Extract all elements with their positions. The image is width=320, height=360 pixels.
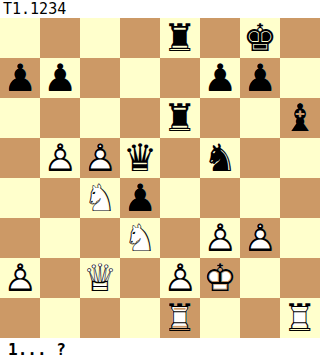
square-h8[interactable]: [280, 18, 320, 58]
square-h6[interactable]: ♝♝: [280, 98, 320, 138]
square-g3[interactable]: ♟♙: [240, 218, 280, 258]
piece-fill: ♟: [120, 178, 160, 218]
chess-board: ♜♜♚♚♟♟♟♟♟♟♟♟♜♜♝♝♟♙♟♙♛♛♞♞♞♘♟♟♞♘♟♙♟♙♟♙♛♕♟♙…: [0, 18, 320, 338]
piece-fill: ♜: [160, 18, 200, 58]
piece-fill: ♜: [160, 298, 200, 338]
piece-fill: ♚: [200, 258, 240, 298]
white-pawn-e2: ♙: [160, 258, 200, 298]
square-f7[interactable]: ♟♟: [200, 58, 240, 98]
white-king-f2: ♔: [200, 258, 240, 298]
piece-fill: ♛: [80, 258, 120, 298]
piece-fill: ♜: [280, 298, 320, 338]
white-queen-c2: ♕: [80, 258, 120, 298]
square-d4[interactable]: ♟♟: [120, 178, 160, 218]
square-f8[interactable]: [200, 18, 240, 58]
white-pawn-a2: ♙: [0, 258, 40, 298]
square-d5[interactable]: ♛♛: [120, 138, 160, 178]
white-rook-h1: ♖: [280, 298, 320, 338]
square-e6[interactable]: ♜♜: [160, 98, 200, 138]
black-pawn-a7: ♟: [0, 58, 40, 98]
square-d7[interactable]: [120, 58, 160, 98]
square-h4[interactable]: [280, 178, 320, 218]
black-pawn-f7: ♟: [200, 58, 240, 98]
piece-fill: ♟: [40, 138, 80, 178]
white-knight-d3: ♘: [120, 218, 160, 258]
piece-fill: ♝: [280, 98, 320, 138]
square-a1[interactable]: [0, 298, 40, 338]
square-d6[interactable]: [120, 98, 160, 138]
square-c6[interactable]: [80, 98, 120, 138]
piece-fill: ♟: [0, 258, 40, 298]
square-g1[interactable]: [240, 298, 280, 338]
square-h5[interactable]: [280, 138, 320, 178]
square-c4[interactable]: ♞♘: [80, 178, 120, 218]
square-b6[interactable]: [40, 98, 80, 138]
piece-fill: ♟: [40, 58, 80, 98]
square-a6[interactable]: [0, 98, 40, 138]
square-f2[interactable]: ♚♔: [200, 258, 240, 298]
square-c7[interactable]: [80, 58, 120, 98]
square-c8[interactable]: [80, 18, 120, 58]
square-e7[interactable]: [160, 58, 200, 98]
piece-fill: ♟: [200, 218, 240, 258]
chess-diagram: T1.1234 ♜♜♚♚♟♟♟♟♟♟♟♟♜♜♝♝♟♙♟♙♛♛♞♞♞♘♟♟♞♘♟♙…: [0, 0, 320, 360]
square-d1[interactable]: [120, 298, 160, 338]
square-b5[interactable]: ♟♙: [40, 138, 80, 178]
square-g6[interactable]: [240, 98, 280, 138]
square-e5[interactable]: [160, 138, 200, 178]
square-f5[interactable]: ♞♞: [200, 138, 240, 178]
square-b3[interactable]: [40, 218, 80, 258]
square-d3[interactable]: ♞♘: [120, 218, 160, 258]
square-h3[interactable]: [280, 218, 320, 258]
square-e1[interactable]: ♜♖: [160, 298, 200, 338]
white-pawn-f3: ♙: [200, 218, 240, 258]
square-d8[interactable]: [120, 18, 160, 58]
square-f6[interactable]: [200, 98, 240, 138]
black-rook-e6: ♜: [160, 98, 200, 138]
square-c2[interactable]: ♛♕: [80, 258, 120, 298]
piece-fill: ♞: [80, 178, 120, 218]
square-b4[interactable]: [40, 178, 80, 218]
square-g2[interactable]: [240, 258, 280, 298]
piece-fill: ♞: [120, 218, 160, 258]
square-f4[interactable]: [200, 178, 240, 218]
black-bishop-h6: ♝: [280, 98, 320, 138]
square-g7[interactable]: ♟♟: [240, 58, 280, 98]
black-queen-d5: ♛: [120, 138, 160, 178]
white-pawn-c5: ♙: [80, 138, 120, 178]
black-rook-e8: ♜: [160, 18, 200, 58]
square-c1[interactable]: [80, 298, 120, 338]
square-b8[interactable]: [40, 18, 80, 58]
square-f3[interactable]: ♟♙: [200, 218, 240, 258]
square-h7[interactable]: [280, 58, 320, 98]
square-a5[interactable]: [0, 138, 40, 178]
black-pawn-g7: ♟: [240, 58, 280, 98]
square-c5[interactable]: ♟♙: [80, 138, 120, 178]
piece-fill: ♟: [200, 58, 240, 98]
square-e8[interactable]: ♜♜: [160, 18, 200, 58]
square-h2[interactable]: [280, 258, 320, 298]
square-d2[interactable]: [120, 258, 160, 298]
square-g5[interactable]: [240, 138, 280, 178]
black-pawn-b7: ♟: [40, 58, 80, 98]
square-a7[interactable]: ♟♟: [0, 58, 40, 98]
puzzle-id-label: T1.1234: [0, 0, 320, 18]
piece-fill: ♟: [240, 58, 280, 98]
piece-fill: ♟: [240, 218, 280, 258]
white-pawn-g3: ♙: [240, 218, 280, 258]
piece-fill: ♟: [0, 58, 40, 98]
move-prompt-label: 1... ?: [0, 338, 320, 360]
square-a8[interactable]: [0, 18, 40, 58]
square-h1[interactable]: ♜♖: [280, 298, 320, 338]
square-a3[interactable]: [0, 218, 40, 258]
white-knight-c4: ♘: [80, 178, 120, 218]
square-c3[interactable]: [80, 218, 120, 258]
square-g8[interactable]: ♚♚: [240, 18, 280, 58]
piece-fill: ♟: [160, 258, 200, 298]
square-e3[interactable]: [160, 218, 200, 258]
black-king-g8: ♚: [240, 18, 280, 58]
square-a2[interactable]: ♟♙: [0, 258, 40, 298]
piece-fill: ♚: [240, 18, 280, 58]
square-b1[interactable]: [40, 298, 80, 338]
white-rook-e1: ♖: [160, 298, 200, 338]
square-b7[interactable]: ♟♟: [40, 58, 80, 98]
square-a4[interactable]: [0, 178, 40, 218]
square-e4[interactable]: [160, 178, 200, 218]
piece-fill: ♛: [120, 138, 160, 178]
piece-fill: ♞: [200, 138, 240, 178]
piece-fill: ♜: [160, 98, 200, 138]
square-g4[interactable]: [240, 178, 280, 218]
white-pawn-b5: ♙: [40, 138, 80, 178]
black-knight-f5: ♞: [200, 138, 240, 178]
square-b2[interactable]: [40, 258, 80, 298]
black-pawn-d4: ♟: [120, 178, 160, 218]
piece-fill: ♟: [80, 138, 120, 178]
square-f1[interactable]: [200, 298, 240, 338]
square-e2[interactable]: ♟♙: [160, 258, 200, 298]
